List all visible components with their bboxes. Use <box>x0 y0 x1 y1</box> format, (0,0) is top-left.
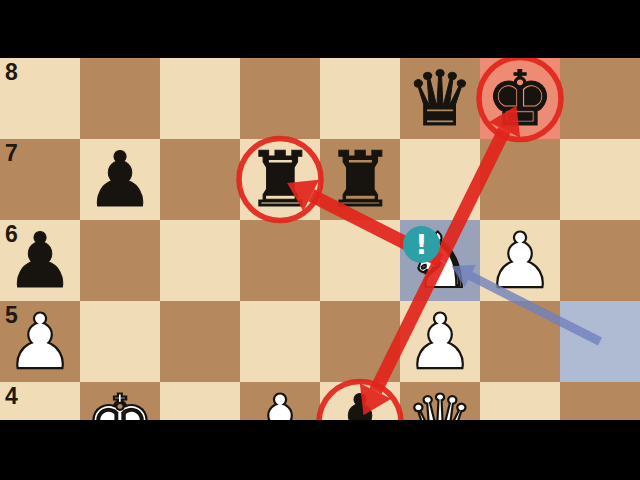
piece-black-king-g8[interactable]: ♚ <box>480 58 560 139</box>
letterbox-bottom <box>0 420 640 480</box>
square-b6[interactable] <box>80 220 160 301</box>
square-g7[interactable] <box>480 139 560 220</box>
square-g8[interactable]: ♚ <box>480 58 560 139</box>
square-d8[interactable] <box>240 58 320 139</box>
square-b5[interactable] <box>80 301 160 382</box>
letterbox-top <box>0 0 640 58</box>
square-h7[interactable] <box>560 139 640 220</box>
square-f5[interactable]: ♟ <box>400 301 480 382</box>
video-frame: ♛♚♟♜♜♟♞♟♟♟♚♟♟♛87654 ! <box>0 0 640 480</box>
rank-label-7: 7 <box>5 142 18 165</box>
square-h5[interactable] <box>560 301 640 382</box>
piece-white-pawn-f5[interactable]: ♟ <box>400 301 480 382</box>
square-e5[interactable] <box>320 301 400 382</box>
piece-black-rook-e7[interactable]: ♜ <box>320 139 400 220</box>
square-c6[interactable] <box>160 220 240 301</box>
square-h8[interactable] <box>560 58 640 139</box>
piece-black-pawn-b7[interactable]: ♟ <box>80 139 160 220</box>
piece-black-rook-d7[interactable]: ♜ <box>240 139 320 220</box>
good-move-symbol: ! <box>416 232 428 258</box>
square-g6[interactable]: ♟ <box>480 220 560 301</box>
square-g5[interactable] <box>480 301 560 382</box>
square-d7[interactable]: ♜ <box>240 139 320 220</box>
piece-white-pawn-a5[interactable]: ♟ <box>0 301 80 382</box>
square-a6[interactable]: ♟ <box>0 220 80 301</box>
square-c5[interactable] <box>160 301 240 382</box>
square-a5[interactable]: ♟ <box>0 301 80 382</box>
rank-label-4: 4 <box>5 385 18 408</box>
piece-black-pawn-a6[interactable]: ♟ <box>0 220 80 301</box>
square-f7[interactable] <box>400 139 480 220</box>
square-d6[interactable] <box>240 220 320 301</box>
board: ♛♚♟♜♜♟♞♟♟♟♚♟♟♛87654 <box>0 58 640 463</box>
square-h6[interactable] <box>560 220 640 301</box>
square-c7[interactable] <box>160 139 240 220</box>
rank-label-8: 8 <box>5 61 18 84</box>
square-e7[interactable]: ♜ <box>320 139 400 220</box>
piece-black-queen-f8[interactable]: ♛ <box>400 58 480 139</box>
good-move-badge: ! <box>403 226 440 263</box>
square-e8[interactable] <box>320 58 400 139</box>
square-f8[interactable]: ♛ <box>400 58 480 139</box>
square-b7[interactable]: ♟ <box>80 139 160 220</box>
square-e6[interactable] <box>320 220 400 301</box>
square-d5[interactable] <box>240 301 320 382</box>
piece-white-pawn-g6[interactable]: ♟ <box>480 220 560 301</box>
square-c8[interactable] <box>160 58 240 139</box>
square-b8[interactable] <box>80 58 160 139</box>
